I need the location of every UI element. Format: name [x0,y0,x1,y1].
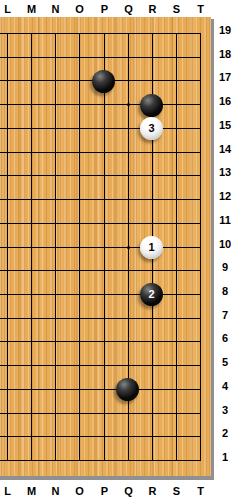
row-label: 2 [214,426,236,440]
row-label: 3 [214,403,236,417]
row-label: 17 [214,70,236,84]
star-point [127,103,130,106]
column-label-top: L [0,2,16,16]
column-label-bottom: M [23,484,40,498]
column-label-bottom: N [47,484,64,498]
row-label: 5 [214,355,236,369]
grid-line-vertical [55,33,56,461]
grid-line-vertical [104,33,105,461]
stone-white-R10[interactable]: 1 [140,236,163,259]
column-label-bottom: R [144,484,161,498]
row-label: 8 [214,284,236,298]
row-label: 1 [214,450,236,464]
right-coordinate-strip: 19181716151413121110987654321 [214,0,236,500]
row-label: 9 [214,260,236,274]
column-label-top: S [168,2,185,16]
bottom-coordinate-strip: LMNOPQRST [0,482,236,500]
row-label: 16 [214,94,236,108]
column-label-bottom: T [192,484,209,498]
column-label-top: Q [120,2,137,16]
column-label-top: O [71,2,88,16]
top-coordinate-strip: LMNOPQRST [0,0,236,17]
row-label: 10 [214,237,236,251]
column-label-bottom: S [168,484,185,498]
column-label-bottom: Q [120,484,137,498]
grid-line-vertical [79,33,80,461]
stone-move-number: 2 [148,283,154,306]
stone-black-Q4[interactable] [116,378,139,401]
stone-black-R8[interactable]: 2 [140,283,163,306]
stone-black-R16[interactable] [140,94,163,117]
row-label: 4 [214,379,236,393]
go-board-diagram: 312 LMNOPQRST LMNOPQRST 1918171615141312… [0,0,236,500]
column-label-bottom: P [96,484,113,498]
row-label: 14 [214,142,236,156]
stone-black-P17[interactable] [92,70,115,93]
row-label: 18 [214,47,236,61]
column-label-top: T [192,2,209,16]
column-label-top: N [47,2,64,16]
stone-move-number: 3 [148,117,154,140]
row-label: 15 [214,118,236,132]
grid-line-vertical [176,33,177,461]
column-label-bottom: L [0,484,16,498]
row-label: 6 [214,331,236,345]
star-point [127,246,130,249]
column-label-bottom: O [71,484,88,498]
row-label: 11 [214,213,236,227]
row-label: 19 [214,23,236,37]
row-label: 7 [214,308,236,322]
grid-line-vertical [7,33,8,461]
grid-line-vertical [31,33,32,461]
board-drop-shadow-bottom [0,476,215,480]
row-label: 12 [214,189,236,203]
stone-white-R15[interactable]: 3 [140,117,163,140]
column-label-top: R [144,2,161,16]
column-label-top: P [96,2,113,16]
row-label: 13 [214,165,236,179]
grid-line-vertical [200,33,201,461]
column-label-top: M [23,2,40,16]
stone-move-number: 1 [148,236,154,259]
